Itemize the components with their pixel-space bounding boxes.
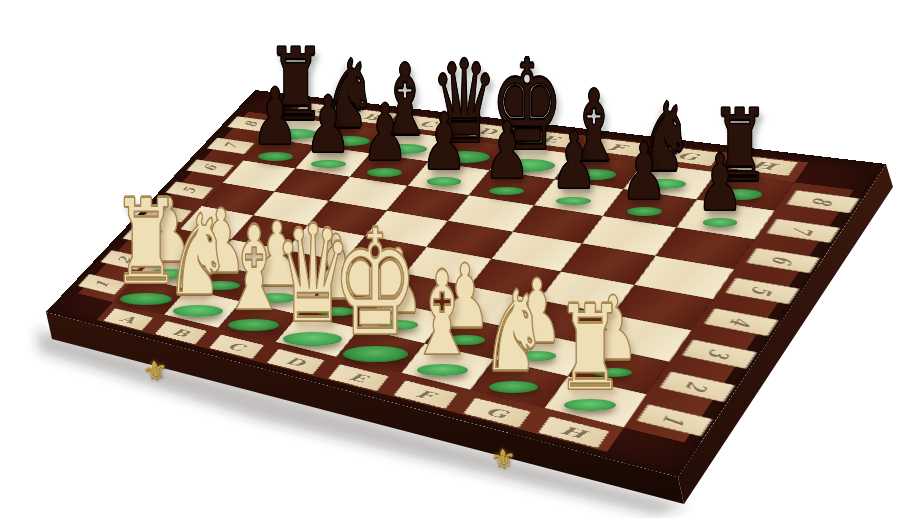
brass-clasp-icon: ⚜ [140, 355, 171, 386]
brass-clasp-icon: ⚜ [489, 444, 518, 473]
chess-set-scene: AABBCCDDEEFFGGHH8877665544332211 ♜♞♝♛♚♝♞… [0, 0, 900, 518]
